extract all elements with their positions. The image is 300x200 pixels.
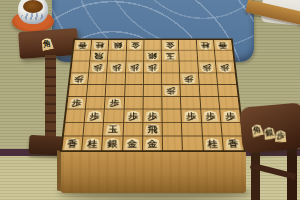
board-cell: 銀 [109, 40, 127, 51]
board-cell: 歩 [182, 110, 202, 123]
board-cell: 香 [74, 40, 93, 51]
board-cell: 歩 [220, 110, 241, 123]
shogi-piece: 桂 [83, 138, 101, 150]
board-cell [218, 85, 238, 97]
board-cell [181, 85, 200, 97]
board-cell [215, 51, 234, 62]
shogi-piece: 金 [163, 41, 178, 50]
board-cell [162, 73, 181, 85]
board-cell [219, 97, 239, 110]
board-cell [84, 123, 105, 137]
shogi-piece: 銀 [104, 138, 121, 150]
shogi-piece: 歩 [222, 111, 239, 122]
captured-piece: 銀 [263, 126, 277, 140]
board-cell [88, 73, 107, 85]
board-cell [180, 62, 199, 73]
captured-piece: 角 [250, 123, 265, 138]
board-cell: 歩 [105, 97, 125, 110]
board-cell [108, 51, 126, 62]
shogi-piece: 桂 [197, 41, 212, 50]
shogi-piece: 金 [128, 41, 143, 50]
board-cell: 桂 [82, 136, 103, 150]
board-cell: 桂 [91, 40, 109, 51]
shogi-room-photo: 角 香桂銀金金桂香飛銀玉歩歩歩歩歩歩歩歩歩歩歩歩歩歩歩歩歩玉飛香桂銀金金桂香 角… [0, 0, 300, 200]
board-cell [163, 136, 183, 150]
shogi-piece: 金 [124, 138, 141, 150]
shogi-piece: 香 [63, 138, 81, 150]
board-cell [125, 73, 144, 85]
board-cell [198, 73, 217, 85]
board-cell: 飛 [143, 123, 163, 137]
board-cell: 桂 [196, 40, 214, 51]
board-cell [65, 110, 86, 123]
shogi-piece: 歩 [71, 74, 87, 84]
shogi-piece: 金 [144, 138, 161, 150]
board-cell [181, 97, 201, 110]
shogi-piece: 飛 [91, 51, 107, 61]
shogi-piece: 歩 [199, 62, 215, 72]
board-cell: 金 [162, 40, 180, 51]
board-cell: 歩 [124, 110, 144, 123]
board-cell [87, 85, 107, 97]
board-cell [68, 85, 88, 97]
board-cell [182, 123, 202, 137]
board-cell [143, 97, 162, 110]
shogi-piece: 歩 [86, 111, 103, 122]
shogi-piece: 歩 [68, 98, 85, 109]
board-cell: 銀 [103, 136, 124, 150]
shogi-piece: 歩 [90, 62, 106, 72]
board-cell [200, 97, 220, 110]
board-front-face [61, 151, 246, 193]
board-cell: 香 [222, 136, 243, 150]
board-cell [72, 51, 91, 62]
board-cell [125, 85, 144, 97]
shogi-piece: 桂 [204, 138, 222, 150]
board-cell [144, 85, 163, 97]
board-cell: 歩 [162, 85, 181, 97]
board-cell: 歩 [126, 62, 144, 73]
board-cell: 香 [62, 136, 83, 150]
board-cell: 金 [127, 40, 145, 51]
board-cell [106, 85, 125, 97]
shogi-piece: 銀 [145, 51, 160, 61]
captured-piece: 角 [40, 37, 54, 51]
board-cell [104, 110, 124, 123]
shogi-piece: 銀 [110, 41, 125, 50]
shogi-piece: 歩 [125, 111, 142, 122]
board-cell: 歩 [67, 97, 87, 110]
tea-surface [23, 0, 43, 13]
board-cell: 桂 [203, 136, 224, 150]
shogi-piece: 歩 [127, 62, 142, 72]
board-cell: 銀 [144, 51, 162, 62]
board-cell [202, 123, 223, 137]
shogi-piece: 香 [224, 138, 242, 150]
board-cell [124, 97, 143, 110]
board-cell: 金 [123, 136, 143, 150]
board-cell [162, 62, 180, 73]
shogi-piece: 歩 [163, 86, 179, 97]
board-cell [163, 110, 183, 123]
board-cell [123, 123, 143, 137]
shogi-piece: 桂 [92, 41, 107, 50]
board-cell: 歩 [144, 62, 162, 73]
board-cell [86, 97, 106, 110]
board-cell: 歩 [180, 73, 199, 85]
board-cell [162, 97, 181, 110]
left-komadai-pedestal [45, 55, 56, 139]
shogi-piece: 歩 [106, 98, 123, 109]
board-cell: 歩 [198, 62, 217, 73]
board-cell: 玉 [103, 123, 123, 137]
shogi-board: 香桂銀金金桂香飛銀玉歩歩歩歩歩歩歩歩歩歩歩歩歩歩歩歩歩玉飛香桂銀金金桂香 [60, 39, 246, 152]
board-cell [71, 62, 90, 73]
shogi-piece: 香 [215, 41, 231, 50]
board-cell [144, 40, 162, 51]
right-komadai-stool-top: 角銀歩 [239, 102, 300, 153]
board-cell: 歩 [89, 62, 108, 73]
board-cell [126, 51, 144, 62]
shogi-piece: 歩 [109, 62, 125, 72]
teacup-pattern [21, 13, 45, 20]
board-cell [197, 51, 216, 62]
shogi-piece: 歩 [145, 62, 160, 72]
board-cell [64, 123, 85, 137]
board-cell [179, 40, 197, 51]
shogi-piece: 歩 [144, 111, 160, 122]
board-cell: 歩 [201, 110, 221, 123]
board-cell: 歩 [85, 110, 105, 123]
board-cell [183, 136, 204, 150]
board-cell [199, 85, 219, 97]
board-cell [107, 73, 126, 85]
shogi-piece: 玉 [163, 51, 178, 61]
board-cell: 飛 [90, 51, 109, 62]
right-stool-leg [251, 148, 260, 200]
shogi-piece: 玉 [105, 124, 122, 136]
shogi-piece: 歩 [181, 74, 197, 84]
shogi-piece: 歩 [202, 111, 219, 122]
board-cell: 玉 [162, 51, 180, 62]
board-cell: 金 [143, 136, 163, 150]
board-cell: 歩 [107, 62, 126, 73]
board-cell [144, 73, 163, 85]
shogi-piece: 歩 [217, 62, 233, 72]
board-cell: 歩 [216, 62, 235, 73]
board-cell: 歩 [70, 73, 90, 85]
board-cell [221, 123, 242, 137]
board-grid: 香桂銀金金桂香飛銀玉歩歩歩歩歩歩歩歩歩歩歩歩歩歩歩歩歩玉飛香桂銀金金桂香 [62, 40, 244, 150]
board-cell: 歩 [143, 110, 162, 123]
shogi-piece: 歩 [183, 111, 200, 122]
shogi-piece: 飛 [144, 124, 161, 136]
board-cell [217, 73, 237, 85]
captured-piece: 歩 [275, 130, 287, 142]
board-cell [179, 51, 197, 62]
board-cell [163, 123, 183, 137]
shogi-piece: 香 [75, 41, 91, 50]
board-cell: 香 [214, 40, 233, 51]
